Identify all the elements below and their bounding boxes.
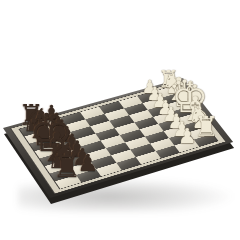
- product-photo: ♜♟♟♜♞♟♟♞♝♟♟♝♛♟♟♛♚♟♟♚♝♟♟♝♞♟♟♞♜♟♟♜: [0, 0, 240, 240]
